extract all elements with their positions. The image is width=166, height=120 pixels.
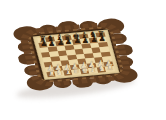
chess-case: ♜♞♝♛♚♝♞♜♟♟♟♟♟♟♟♟♟♟♟♟♟♟♟♟♜♞♝♛♚♝♞♜	[9, 16, 141, 92]
chess-board: ♜♞♝♛♚♝♞♜♟♟♟♟♟♟♟♟♟♟♟♟♟♟♟♟♜♞♝♛♚♝♞♜	[32, 29, 119, 79]
product-photo: ♜♞♝♛♚♝♞♜♟♟♟♟♟♟♟♟♟♟♟♟♟♟♟♟♜♞♝♛♚♝♞♜	[0, 0, 166, 120]
board-grid: ♜♞♝♛♚♝♞♜♟♟♟♟♟♟♟♟♟♟♟♟♟♟♟♟♜♞♝♛♚♝♞♜	[36, 31, 114, 76]
board-square: ♜	[104, 66, 114, 72]
